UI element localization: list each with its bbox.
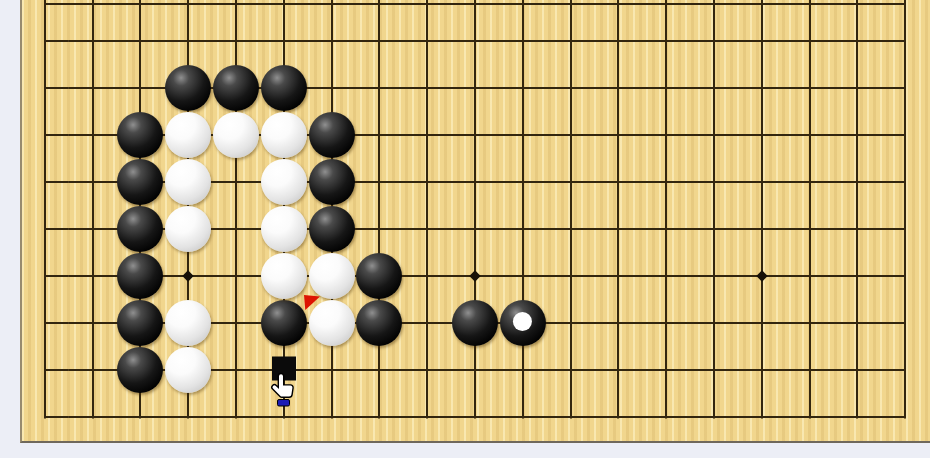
intersection[interactable] (21, 300, 69, 347)
intersection[interactable] (212, 18, 260, 65)
intersection[interactable] (642, 206, 690, 253)
intersection[interactable] (642, 394, 690, 441)
intersection[interactable] (69, 300, 117, 347)
intersection[interactable] (690, 300, 738, 347)
intersection[interactable] (451, 65, 499, 112)
intersection[interactable] (212, 300, 260, 347)
intersection[interactable] (21, 206, 69, 253)
intersection[interactable] (786, 159, 834, 206)
intersection[interactable] (69, 112, 117, 159)
intersection[interactable] (834, 253, 882, 300)
white-stone (165, 300, 211, 346)
intersection-star-point[interactable] (164, 253, 212, 300)
intersection[interactable] (356, 347, 404, 394)
intersection[interactable] (881, 253, 929, 300)
intersection[interactable] (834, 300, 882, 347)
black-stone (309, 112, 355, 158)
intersection[interactable] (21, 394, 69, 441)
intersection[interactable] (308, 394, 356, 441)
intersection[interactable] (260, 18, 308, 65)
intersection[interactable] (164, 18, 212, 65)
intersection[interactable] (834, 347, 882, 394)
intersection[interactable] (595, 18, 643, 65)
intersection[interactable] (356, 65, 404, 112)
intersection[interactable] (212, 253, 260, 300)
intersection[interactable] (117, 65, 165, 112)
intersection[interactable] (738, 206, 786, 253)
intersection[interactable] (786, 253, 834, 300)
intersection[interactable] (403, 18, 451, 65)
intersection[interactable] (499, 253, 547, 300)
intersection[interactable] (690, 253, 738, 300)
last-move-dot-marker (513, 312, 532, 331)
intersection[interactable] (403, 112, 451, 159)
white-stone (261, 112, 307, 158)
intersection[interactable] (451, 394, 499, 441)
intersection-star-point[interactable] (451, 253, 499, 300)
intersection[interactable] (69, 206, 117, 253)
white-stone (165, 206, 211, 252)
intersection[interactable] (547, 112, 595, 159)
intersection[interactable] (69, 65, 117, 112)
intersection[interactable] (547, 159, 595, 206)
intersection[interactable] (499, 112, 547, 159)
black-stone (165, 65, 211, 111)
intersection[interactable] (595, 65, 643, 112)
intersection[interactable] (738, 300, 786, 347)
intersection[interactable] (547, 347, 595, 394)
intersection[interactable] (164, 394, 212, 441)
black-stone (213, 65, 259, 111)
intersection[interactable] (117, 394, 165, 441)
board-grid (21, 0, 929, 441)
intersection[interactable] (21, 18, 69, 65)
intersection[interactable] (595, 300, 643, 347)
intersection[interactable] (69, 18, 117, 65)
intersection[interactable] (356, 159, 404, 206)
intersection[interactable] (212, 394, 260, 441)
black-stone (261, 300, 307, 346)
intersection[interactable] (881, 347, 929, 394)
intersection[interactable] (403, 394, 451, 441)
intersection[interactable] (642, 347, 690, 394)
intersection[interactable] (547, 300, 595, 347)
intersection[interactable] (738, 18, 786, 65)
intersection[interactable] (881, 159, 929, 206)
intersection[interactable] (547, 18, 595, 65)
intersection[interactable] (499, 347, 547, 394)
intersection[interactable] (403, 253, 451, 300)
white-stone (261, 159, 307, 205)
intersection[interactable] (642, 65, 690, 112)
intersection[interactable] (690, 347, 738, 394)
intersection[interactable] (834, 159, 882, 206)
intersection[interactable] (212, 347, 260, 394)
intersection[interactable] (212, 206, 260, 253)
intersection[interactable] (834, 206, 882, 253)
intersection[interactable] (451, 206, 499, 253)
intersection[interactable] (69, 347, 117, 394)
intersection[interactable] (117, 18, 165, 65)
black-stone (309, 206, 355, 252)
white-stone (165, 347, 211, 393)
intersection[interactable] (786, 347, 834, 394)
intersection[interactable] (499, 18, 547, 65)
intersection[interactable] (595, 112, 643, 159)
intersection[interactable] (547, 206, 595, 253)
white-stone (165, 159, 211, 205)
intersection[interactable] (499, 159, 547, 206)
intersection[interactable] (642, 18, 690, 65)
intersection[interactable] (881, 18, 929, 65)
intersection[interactable] (21, 159, 69, 206)
intersection[interactable] (834, 394, 882, 441)
intersection[interactable] (595, 206, 643, 253)
intersection[interactable] (690, 65, 738, 112)
intersection[interactable] (738, 159, 786, 206)
hand-cursor-cuff (278, 400, 290, 407)
intersection-star-point[interactable] (738, 253, 786, 300)
white-stone (213, 112, 259, 158)
intersection[interactable] (547, 65, 595, 112)
black-stone (261, 65, 307, 111)
intersection[interactable] (451, 347, 499, 394)
intersection[interactable] (738, 112, 786, 159)
intersection[interactable] (786, 394, 834, 441)
intersection[interactable] (403, 159, 451, 206)
intersection[interactable] (881, 65, 929, 112)
intersection[interactable] (595, 347, 643, 394)
intersection[interactable] (595, 394, 643, 441)
intersection[interactable] (642, 159, 690, 206)
intersection[interactable] (881, 206, 929, 253)
intersection[interactable] (21, 65, 69, 112)
intersection[interactable] (834, 18, 882, 65)
intersection[interactable] (786, 112, 834, 159)
white-stone (261, 253, 307, 299)
intersection[interactable] (881, 394, 929, 441)
intersection[interactable] (21, 253, 69, 300)
intersection[interactable] (356, 18, 404, 65)
intersection[interactable] (690, 394, 738, 441)
intersection[interactable] (308, 18, 356, 65)
intersection[interactable] (69, 159, 117, 206)
app-viewport (0, 0, 930, 458)
intersection[interactable] (547, 253, 595, 300)
hand-cursor (268, 372, 300, 410)
intersection[interactable] (595, 253, 643, 300)
intersection[interactable] (690, 18, 738, 65)
intersection[interactable] (403, 300, 451, 347)
black-stone (500, 300, 546, 346)
intersection[interactable] (21, 347, 69, 394)
intersection[interactable] (786, 18, 834, 65)
intersection[interactable] (881, 112, 929, 159)
intersection[interactable] (499, 206, 547, 253)
intersection[interactable] (451, 18, 499, 65)
intersection[interactable] (881, 300, 929, 347)
black-stone (452, 300, 498, 346)
intersection[interactable] (356, 394, 404, 441)
intersection[interactable] (356, 112, 404, 159)
intersection[interactable] (403, 206, 451, 253)
intersection[interactable] (642, 253, 690, 300)
intersection[interactable] (690, 159, 738, 206)
intersection[interactable] (834, 65, 882, 112)
intersection[interactable] (499, 65, 547, 112)
intersection[interactable] (786, 65, 834, 112)
intersection[interactable] (308, 65, 356, 112)
white-stone (165, 112, 211, 158)
go-board[interactable] (20, 0, 930, 443)
intersection[interactable] (642, 112, 690, 159)
white-stone (261, 206, 307, 252)
intersection[interactable] (786, 300, 834, 347)
intersection[interactable] (212, 159, 260, 206)
intersection[interactable] (595, 159, 643, 206)
intersection[interactable] (69, 394, 117, 441)
white-stone (309, 253, 355, 299)
intersection[interactable] (308, 347, 356, 394)
intersection[interactable] (356, 206, 404, 253)
intersection[interactable] (21, 112, 69, 159)
intersection[interactable] (69, 253, 117, 300)
intersection[interactable] (834, 112, 882, 159)
intersection[interactable] (642, 300, 690, 347)
intersection[interactable] (547, 394, 595, 441)
intersection[interactable] (403, 65, 451, 112)
intersection[interactable] (786, 206, 834, 253)
intersection[interactable] (451, 159, 499, 206)
partial-top-grid-line (44, 3, 906, 5)
intersection[interactable] (738, 347, 786, 394)
white-stone (309, 300, 355, 346)
intersection[interactable] (738, 394, 786, 441)
intersection[interactable] (690, 112, 738, 159)
black-stone (309, 159, 355, 205)
intersection[interactable] (738, 65, 786, 112)
intersection[interactable] (690, 206, 738, 253)
intersection[interactable] (451, 112, 499, 159)
intersection[interactable] (403, 347, 451, 394)
intersection[interactable] (499, 394, 547, 441)
hand-cursor-glove (272, 374, 293, 398)
